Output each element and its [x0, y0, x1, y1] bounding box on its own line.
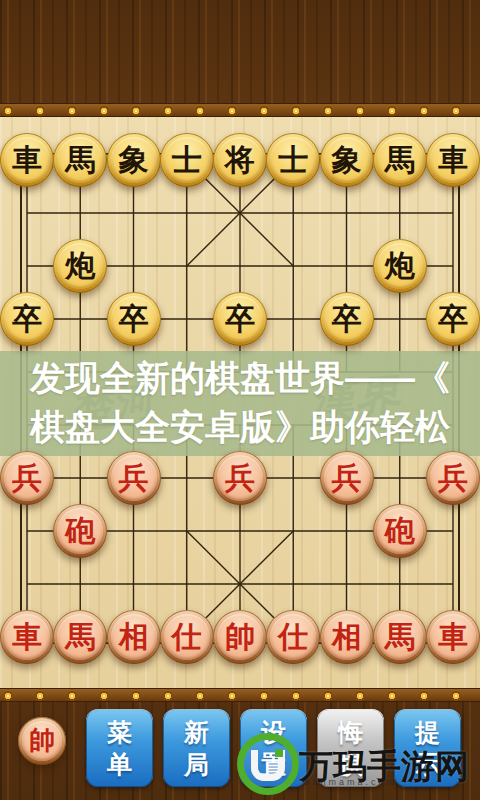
- piece-glyph: 仕: [270, 614, 316, 660]
- piece-glyph: 卒: [217, 296, 263, 342]
- piece-red-砲[interactable]: 砲: [53, 504, 107, 558]
- toolbar-button-新局[interactable]: 新局: [163, 709, 230, 787]
- piece-glyph: 兵: [111, 455, 157, 501]
- toolbar-button-label: 菜单: [106, 716, 133, 781]
- piece-black-象[interactable]: 象: [107, 133, 161, 187]
- board-rail-bottom: [0, 688, 480, 702]
- piece-red-相[interactable]: 相: [320, 610, 374, 664]
- piece-glyph: 車: [430, 614, 476, 660]
- toolbar-button-菜单[interactable]: 菜单: [86, 709, 153, 787]
- piece-glyph: 砲: [57, 508, 103, 554]
- piece-glyph: 士: [164, 137, 210, 183]
- piece-glyph: 兵: [217, 455, 263, 501]
- piece-red-相[interactable]: 相: [107, 610, 161, 664]
- piece-black-卒[interactable]: 卒: [107, 292, 161, 346]
- piece-black-卒[interactable]: 卒: [213, 292, 267, 346]
- piece-black-馬[interactable]: 馬: [373, 133, 427, 187]
- piece-glyph: 象: [324, 137, 370, 183]
- piece-red-馬[interactable]: 馬: [53, 610, 107, 664]
- piece-glyph: 炮: [377, 243, 423, 289]
- piece-glyph: 兵: [430, 455, 476, 501]
- piece-black-車[interactable]: 車: [0, 133, 54, 187]
- xiangqi-app-screen: 楚河 漢界 車馬象士将士象馬車炮炮卒卒卒卒卒兵兵兵兵兵砲砲車馬相仕帥仕相馬車 发…: [0, 0, 480, 800]
- piece-glyph: 仕: [164, 614, 210, 660]
- piece-glyph: 兵: [324, 455, 370, 501]
- piece-black-士[interactable]: 士: [266, 133, 320, 187]
- turn-indicator-glyph: 帥: [22, 721, 62, 761]
- piece-glyph: 象: [111, 137, 157, 183]
- piece-glyph: 相: [111, 614, 157, 660]
- piece-glyph: 馬: [377, 137, 423, 183]
- watermark-url: wanmama.com: [303, 777, 397, 787]
- piece-black-卒[interactable]: 卒: [426, 292, 480, 346]
- piece-glyph: 士: [270, 137, 316, 183]
- piece-red-帥[interactable]: 帥: [213, 610, 267, 664]
- piece-glyph: 車: [4, 614, 50, 660]
- piece-glyph: 炮: [57, 243, 103, 289]
- piece-glyph: 相: [324, 614, 370, 660]
- piece-red-兵[interactable]: 兵: [107, 451, 161, 505]
- piece-glyph: 卒: [111, 296, 157, 342]
- piece-black-炮[interactable]: 炮: [373, 239, 427, 293]
- piece-red-馬[interactable]: 馬: [373, 610, 427, 664]
- piece-red-仕[interactable]: 仕: [160, 610, 214, 664]
- piece-glyph: 馬: [57, 614, 103, 660]
- piece-black-将[interactable]: 将: [213, 133, 267, 187]
- piece-black-卒[interactable]: 卒: [320, 292, 374, 346]
- piece-red-車[interactable]: 車: [0, 610, 54, 664]
- piece-glyph: 馬: [377, 614, 423, 660]
- watermark-logo-icon: [237, 733, 299, 795]
- piece-black-士[interactable]: 士: [160, 133, 214, 187]
- piece-glyph: 卒: [430, 296, 476, 342]
- piece-red-仕[interactable]: 仕: [266, 610, 320, 664]
- piece-glyph: 卒: [324, 296, 370, 342]
- piece-red-砲[interactable]: 砲: [373, 504, 427, 558]
- piece-black-象[interactable]: 象: [320, 133, 374, 187]
- promo-banner-line2: 棋盘大全安卓版》助你轻松: [0, 409, 480, 444]
- toolbar-button-label: 新局: [183, 716, 210, 781]
- board-rail-top: [0, 103, 480, 117]
- piece-glyph: 兵: [4, 455, 50, 501]
- piece-glyph: 砲: [377, 508, 423, 554]
- piece-black-炮[interactable]: 炮: [53, 239, 107, 293]
- piece-red-兵[interactable]: 兵: [213, 451, 267, 505]
- piece-red-兵[interactable]: 兵: [0, 451, 54, 505]
- piece-black-卒[interactable]: 卒: [0, 292, 54, 346]
- piece-glyph: 将: [217, 137, 263, 183]
- piece-black-車[interactable]: 車: [426, 133, 480, 187]
- piece-glyph: 卒: [4, 296, 50, 342]
- piece-red-車[interactable]: 車: [426, 610, 480, 664]
- piece-black-馬[interactable]: 馬: [53, 133, 107, 187]
- piece-glyph: 車: [4, 137, 50, 183]
- piece-red-兵[interactable]: 兵: [320, 451, 374, 505]
- piece-glyph: 馬: [57, 137, 103, 183]
- promo-banner-line1: 发现全新的棋盘世界——《: [0, 360, 480, 395]
- piece-glyph: 帥: [217, 614, 263, 660]
- watermark-dot-icon: [275, 749, 283, 757]
- piece-red-兵[interactable]: 兵: [426, 451, 480, 505]
- piece-glyph: 車: [430, 137, 476, 183]
- turn-indicator-piece: 帥: [18, 717, 66, 765]
